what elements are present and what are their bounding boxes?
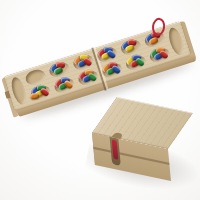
pit-back-5[interactable]	[119, 37, 142, 56]
pit-front-5[interactable]	[124, 53, 147, 72]
pit-back-2[interactable]	[48, 60, 71, 79]
orange-bead	[29, 93, 38, 99]
pit-front-3[interactable]	[76, 68, 99, 87]
pit-back-1[interactable]	[24, 67, 47, 86]
clasp-notch	[110, 137, 121, 166]
pit-front-2[interactable]	[53, 76, 76, 95]
ribbon-knot-icon	[112, 139, 118, 159]
mancala-board-open	[4, 21, 191, 111]
pit-front-6[interactable]	[148, 46, 171, 65]
pit-front-1[interactable]	[29, 83, 52, 102]
product-photo-stage	[0, 0, 200, 200]
box-fold-seam	[93, 147, 169, 165]
pit-back-3[interactable]	[72, 52, 95, 71]
